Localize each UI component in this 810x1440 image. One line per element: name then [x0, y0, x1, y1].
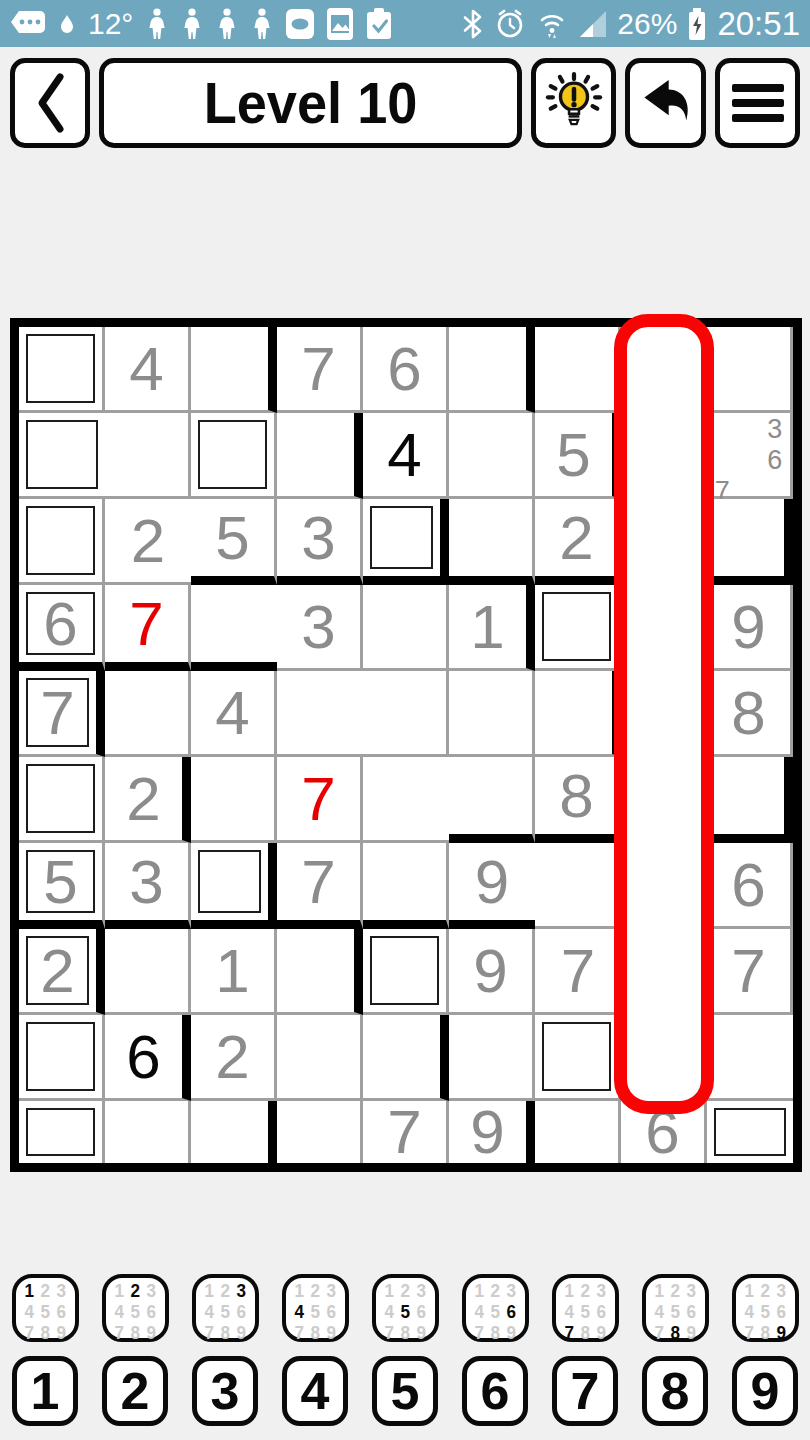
cell-r5c4[interactable]: 8 [707, 671, 793, 757]
back-button[interactable] [10, 58, 90, 148]
digit-button-5[interactable]: 5 [372, 1356, 438, 1426]
given-digit: 6 [645, 1101, 679, 1163]
given-digit: 7 [731, 940, 765, 1002]
cell-r7c1[interactable] [535, 843, 621, 929]
cell-r4c2[interactable] [363, 585, 449, 671]
cell-r4c6[interactable]: 7 [19, 671, 105, 757]
cell-r7c9[interactable]: 7 [535, 929, 621, 1015]
cell-r7c2[interactable]: 6 [707, 843, 793, 929]
cell-r9c9[interactable] [707, 1101, 793, 1163]
cell-r7c3[interactable]: 2 [19, 929, 105, 1015]
cell-r6c2[interactable]: 8 [535, 757, 621, 843]
temperature-label: 12° [88, 7, 133, 41]
cell-r1c7[interactable] [535, 327, 621, 413]
given-digit: 5 [556, 424, 590, 486]
cell-r6c3[interactable] [707, 757, 793, 843]
cell-r4c4[interactable] [535, 585, 621, 671]
cell-r7c4[interactable] [105, 929, 191, 1015]
given-digit: 5 [215, 507, 249, 569]
wifi-icon [535, 8, 569, 40]
given-digit: 2 [215, 1026, 249, 1088]
cell-r1c8[interactable] [707, 327, 793, 413]
pencil-button-9[interactable]: 123456789 [732, 1274, 799, 1342]
cell-r5c3[interactable] [535, 671, 621, 757]
cell-r1c6[interactable] [449, 327, 535, 413]
undo-arrow-icon [639, 75, 693, 131]
cell-r2c6[interactable]: 5 [535, 413, 621, 499]
cell-r9c1[interactable] [19, 1101, 105, 1163]
lightbulb-icon [545, 72, 603, 134]
given-digit: 2 [126, 768, 160, 830]
digit-button-2[interactable]: 2 [102, 1356, 168, 1426]
menu-button[interactable] [715, 58, 800, 148]
cell-r6c9[interactable]: 9 [449, 843, 535, 929]
given-digit: 5 [43, 851, 77, 913]
given-digit: 9 [470, 1101, 504, 1163]
cell-r1c5[interactable]: 6 [363, 327, 449, 413]
signal-icon [578, 8, 608, 40]
cell-r5c7[interactable] [191, 757, 277, 843]
cell-r3c4[interactable] [449, 499, 535, 585]
cell-r4c3[interactable]: 1 [449, 585, 535, 671]
cell-r4c5[interactable]: 9 [707, 585, 793, 671]
back-chevron-icon [30, 71, 70, 135]
cell-r1c3[interactable] [191, 327, 277, 413]
cell-r7c6[interactable] [277, 929, 363, 1015]
pencil-button-1[interactable]: 123456789 [12, 1274, 79, 1342]
given-digit: 6 [731, 854, 765, 916]
person-icon [216, 8, 238, 40]
cell-r6c7[interactable]: 7 [277, 843, 363, 929]
given-digit: 1 [215, 940, 249, 1002]
cell-r9c8[interactable]: 6 [621, 1101, 707, 1163]
status-bar: 12° [0, 0, 810, 47]
cell-r8c9[interactable] [707, 1015, 793, 1101]
given-digit: 9 [731, 596, 765, 658]
given-digit: 6 [387, 338, 421, 400]
digit-button-7[interactable]: 7 [552, 1356, 618, 1426]
given-digit: 7 [301, 851, 335, 913]
bluetooth-icon [461, 8, 485, 40]
cell-r3c1[interactable]: 5 [191, 499, 277, 585]
header-bar: Level 10 [10, 58, 800, 148]
battery-charging-icon [686, 7, 708, 41]
pencil-button-4[interactable]: 123456789 [282, 1274, 349, 1342]
cell-r5c6[interactable]: 2 [105, 757, 191, 843]
cell-r2c1[interactable] [105, 413, 191, 499]
diagonal-marker [542, 1022, 611, 1091]
gallery-icon [327, 8, 353, 40]
cell-r9c4[interactable] [277, 1101, 363, 1163]
given-digit: 7 [561, 940, 595, 1002]
cell-r8c3[interactable]: 6 [105, 1015, 191, 1101]
diagonal-marker [370, 506, 433, 569]
digit-button-8[interactable]: 8 [642, 1356, 708, 1426]
given-digit: 4 [129, 338, 163, 400]
cell-r9c3[interactable] [191, 1101, 277, 1163]
cell-r4c7[interactable] [105, 671, 191, 757]
cell-r3c6[interactable] [707, 499, 793, 585]
diagonal-marker [714, 1108, 786, 1156]
pencil-button-2[interactable]: 123456789 [102, 1274, 169, 1342]
cell-r2c5[interactable] [449, 413, 535, 499]
diagonal-marker [542, 592, 611, 661]
diagonal-marker [26, 334, 95, 403]
cell-r2c8[interactable] [19, 499, 105, 585]
cell-r6c4[interactable]: 5 [19, 843, 105, 929]
pencil-button-7[interactable]: 123456789 [552, 1274, 619, 1342]
alarm-icon [494, 8, 526, 40]
cell-r6c5[interactable]: 3 [105, 843, 191, 929]
given-digit: 1 [470, 596, 504, 658]
cell-r8c6[interactable] [363, 1015, 449, 1101]
battery-percent-label: 26% [617, 7, 677, 41]
given-digit: 9 [475, 851, 509, 913]
card-icon [286, 8, 314, 40]
cell-r3c2[interactable]: 3 [277, 499, 363, 585]
pencil-button-8[interactable]: 123456789 [642, 1274, 709, 1342]
cell-r1c9[interactable] [19, 413, 105, 499]
undo-button[interactable] [625, 58, 706, 148]
cell-r1c4[interactable]: 7 [277, 327, 363, 413]
given-digit: 7 [301, 338, 335, 400]
given-digit: 6 [43, 593, 77, 655]
digit-button-9[interactable]: 9 [732, 1356, 798, 1426]
cell-r1c2[interactable]: 4 [105, 327, 191, 413]
cell-r5c1[interactable] [363, 671, 449, 757]
cell-r9c5[interactable]: 7 [363, 1101, 449, 1163]
given-digit: 2 [559, 507, 593, 569]
cell-r6c6[interactable] [191, 843, 277, 929]
diagonal-marker [198, 850, 261, 913]
given-digit: 3 [301, 507, 335, 569]
cell-r4c9[interactable] [277, 671, 363, 757]
cell-r8c2[interactable] [19, 1015, 105, 1101]
given-digit: 7 [40, 682, 74, 744]
diagonal-marker [26, 1108, 95, 1156]
pencil-keypad: 1234567891234567891234567891234567891234… [0, 1274, 810, 1342]
digit-button-1[interactable]: 1 [12, 1356, 78, 1426]
digit-button-6[interactable]: 6 [462, 1356, 528, 1426]
hint-button[interactable] [531, 58, 616, 148]
cell-r3c9[interactable] [191, 585, 277, 671]
cell-r2c4[interactable]: 4 [363, 413, 449, 499]
error-column-highlight [614, 314, 714, 1114]
cell-r1c1[interactable] [19, 327, 105, 413]
cell-r8c5[interactable] [277, 1015, 363, 1101]
cell-r7c5[interactable]: 1 [191, 929, 277, 1015]
cell-r3c3[interactable] [363, 499, 449, 585]
cell-r5c8[interactable]: 7 [277, 757, 363, 843]
cell-r4c1[interactable]: 3 [277, 585, 363, 671]
cell-r2c7[interactable]: 367 [707, 413, 793, 499]
cell-r9c7[interactable] [535, 1101, 621, 1163]
given-digit: 7 [387, 1101, 421, 1163]
diagonal-marker [26, 764, 95, 833]
user-digit: 4 [387, 424, 421, 486]
error-digit: 7 [301, 768, 335, 830]
cell-r8c1[interactable]: 7 [707, 929, 793, 1015]
pencil-button-3[interactable]: 123456789 [192, 1274, 259, 1342]
cell-r7c8[interactable]: 9 [449, 929, 535, 1015]
digit-button-3[interactable]: 3 [192, 1356, 258, 1426]
cell-r6c1[interactable] [449, 757, 535, 843]
diagonal-marker [26, 506, 95, 575]
cell-r4c8[interactable]: 4 [191, 671, 277, 757]
pencil-marks: 367 [709, 414, 788, 495]
chat-icon [10, 9, 46, 39]
diagonal-marker [198, 420, 267, 489]
digit-button-4[interactable]: 4 [282, 1356, 348, 1426]
sudoku-grid: 47645367253267319748278537962197762796 [10, 318, 802, 1172]
cell-r9c2[interactable] [105, 1101, 191, 1163]
app-screen: 12° [0, 0, 810, 1440]
hamburger-icon [732, 84, 784, 122]
clock-label: 20:51 [717, 5, 800, 43]
cell-r9c6[interactable]: 9 [449, 1101, 535, 1163]
given-digit: 3 [129, 851, 163, 913]
person-icon [251, 8, 273, 40]
cell-r3c5[interactable]: 2 [535, 499, 621, 585]
given-digit: 2 [40, 940, 74, 1002]
diagonal-marker [26, 1022, 95, 1091]
cell-r8c7[interactable] [449, 1015, 535, 1101]
given-digit: 3 [301, 596, 335, 658]
pencil-button-5[interactable]: 123456789 [372, 1274, 439, 1342]
cell-r3c8[interactable]: 7 [105, 585, 191, 671]
weather-drop-icon [59, 14, 75, 34]
error-digit: 7 [129, 593, 163, 655]
diagonal-marker [26, 420, 98, 489]
given-digit: 2 [131, 510, 165, 572]
cell-r5c2[interactable] [449, 671, 535, 757]
given-digit: 9 [473, 940, 507, 1002]
cell-r5c9[interactable] [363, 757, 449, 843]
user-digit: 6 [126, 1026, 160, 1088]
given-digit: 8 [559, 765, 593, 827]
person-icon [146, 8, 168, 40]
diagonal-marker [370, 936, 439, 1005]
cell-r2c3[interactable] [277, 413, 363, 499]
digit-keypad: 123456789 [0, 1356, 810, 1426]
cell-r8c8[interactable] [535, 1015, 621, 1101]
given-digit: 4 [215, 682, 249, 744]
level-title: Level 10 [99, 58, 522, 148]
cell-r2c9[interactable]: 2 [105, 499, 191, 585]
level-title-text: Level 10 [204, 70, 418, 136]
cell-r7c7[interactable] [363, 929, 449, 1015]
cell-r8c4[interactable]: 2 [191, 1015, 277, 1101]
clipboard-icon [366, 8, 394, 40]
person-icon [181, 8, 203, 40]
cell-r5c5[interactable] [19, 757, 105, 843]
cell-r6c8[interactable] [363, 843, 449, 929]
cell-r3c7[interactable]: 6 [19, 585, 105, 671]
pencil-button-6[interactable]: 123456789 [462, 1274, 529, 1342]
cell-r2c2[interactable] [191, 413, 277, 499]
given-digit: 8 [731, 682, 765, 744]
